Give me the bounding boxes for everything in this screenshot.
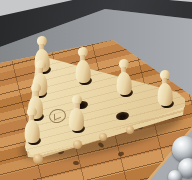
peg-r2-2[interactable] — [75, 47, 91, 84]
board-holes-and-pegs — [0, 0, 192, 180]
peg-r3-3[interactable] — [116, 58, 132, 95]
peg-body — [24, 120, 40, 144]
peg-body — [75, 60, 91, 84]
scene — [0, 0, 192, 180]
peg-r4-4[interactable] — [157, 70, 173, 107]
peg-body — [157, 83, 173, 107]
peg-r4-2[interactable] — [69, 95, 84, 131]
peg-r4-1[interactable] — [24, 107, 40, 144]
hole-r4-3[interactable] — [116, 111, 130, 121]
peg-body — [116, 71, 132, 95]
peg-body — [69, 108, 84, 131]
